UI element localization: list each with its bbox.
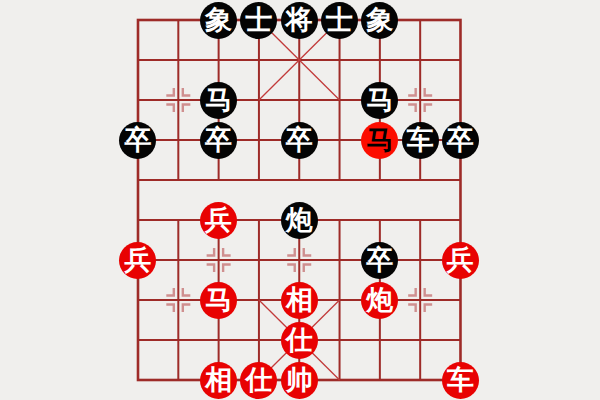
piece-black-advisor[interactable]: 士 [321, 2, 358, 39]
piece-black-horse[interactable]: 马 [361, 82, 398, 119]
intersection-6-6[interactable]: 卒 [360, 240, 400, 280]
intersection-8-0[interactable] [440, 0, 480, 40]
intersection-1-4[interactable] [158, 160, 198, 200]
intersection-2-4[interactable] [198, 160, 238, 200]
intersection-8-8[interactable] [440, 320, 480, 360]
intersection-6-3[interactable]: 马 [360, 120, 400, 160]
intersection-4-2[interactable] [279, 80, 319, 120]
intersection-5-3[interactable] [319, 120, 359, 160]
intersection-1-5[interactable] [158, 200, 198, 240]
intersection-4-3[interactable]: 卒 [279, 120, 319, 160]
intersection-5-5[interactable] [319, 200, 359, 240]
intersection-5-9[interactable] [319, 360, 359, 400]
xiangqi-board: 象士将士象马马卒卒卒马车卒兵炮兵卒兵马相炮仕相仕帅车 [118, 0, 481, 400]
intersection-2-6[interactable] [198, 240, 238, 280]
piece-black-king[interactable]: 将 [281, 2, 318, 39]
intersection-5-8[interactable] [319, 320, 359, 360]
piece-red-advisor[interactable]: 仕 [281, 322, 318, 359]
piece-red-elephant[interactable]: 相 [281, 282, 318, 319]
intersection-2-5[interactable]: 兵 [198, 200, 238, 240]
intersection-7-2[interactable] [400, 80, 440, 120]
intersection-0-2[interactable] [118, 80, 158, 120]
intersection-1-3[interactable] [158, 120, 198, 160]
intersection-4-8[interactable]: 仕 [279, 320, 319, 360]
intersection-3-2[interactable] [239, 80, 279, 120]
intersection-7-6[interactable] [400, 240, 440, 280]
intersection-3-4[interactable] [239, 160, 279, 200]
intersection-0-6[interactable]: 兵 [118, 240, 158, 280]
intersection-3-3[interactable] [239, 120, 279, 160]
piece-red-horse[interactable]: 马 [200, 282, 237, 319]
intersection-2-7[interactable]: 马 [198, 280, 238, 320]
intersection-1-8[interactable] [158, 320, 198, 360]
intersection-6-8[interactable] [360, 320, 400, 360]
xiangqi-app: 象士将士象马马卒卒卒马车卒兵炮兵卒兵马相炮仕相仕帅车 [0, 0, 600, 400]
intersection-8-4[interactable] [440, 160, 480, 200]
intersection-4-7[interactable]: 相 [279, 280, 319, 320]
intersection-2-3[interactable]: 卒 [198, 120, 238, 160]
intersection-1-9[interactable] [158, 360, 198, 400]
intersection-3-6[interactable] [239, 240, 279, 280]
intersection-6-0[interactable]: 象 [360, 0, 400, 40]
intersection-7-3[interactable]: 车 [400, 120, 440, 160]
piece-red-chariot[interactable]: 车 [442, 362, 479, 399]
intersection-4-4[interactable] [279, 160, 319, 200]
intersection-5-0[interactable]: 士 [319, 0, 359, 40]
intersection-5-1[interactable] [319, 40, 359, 80]
piece-red-soldier[interactable]: 兵 [442, 242, 479, 279]
intersection-1-7[interactable] [158, 280, 198, 320]
intersection-5-4[interactable] [319, 160, 359, 200]
intersection-2-0[interactable]: 象 [198, 0, 238, 40]
piece-black-advisor[interactable]: 士 [240, 2, 277, 39]
intersection-3-1[interactable] [239, 40, 279, 80]
piece-red-cannon[interactable]: 炮 [361, 282, 398, 319]
intersection-6-9[interactable] [360, 360, 400, 400]
intersection-0-5[interactable] [118, 200, 158, 240]
intersection-7-9[interactable] [400, 360, 440, 400]
intersection-3-7[interactable] [239, 280, 279, 320]
intersection-6-1[interactable] [360, 40, 400, 80]
intersection-5-7[interactable] [319, 280, 359, 320]
intersection-0-8[interactable] [118, 320, 158, 360]
intersection-7-0[interactable] [400, 0, 440, 40]
intersection-1-2[interactable] [158, 80, 198, 120]
intersection-0-9[interactable] [118, 360, 158, 400]
intersection-5-6[interactable] [319, 240, 359, 280]
piece-red-soldier[interactable]: 兵 [200, 202, 237, 239]
piece-black-soldier[interactable]: 卒 [200, 122, 237, 159]
intersection-2-8[interactable] [198, 320, 238, 360]
intersection-3-5[interactable] [239, 200, 279, 240]
intersection-8-1[interactable] [440, 40, 480, 80]
piece-black-soldier[interactable]: 卒 [361, 242, 398, 279]
piece-black-cannon[interactable]: 炮 [281, 202, 318, 239]
intersection-7-1[interactable] [400, 40, 440, 80]
intersection-6-2[interactable]: 马 [360, 80, 400, 120]
intersection-8-7[interactable] [440, 280, 480, 320]
intersection-3-8[interactable] [239, 320, 279, 360]
intersection-4-1[interactable] [279, 40, 319, 80]
piece-black-horse[interactable]: 马 [200, 82, 237, 119]
intersection-3-9[interactable]: 仕 [239, 360, 279, 400]
intersection-0-0[interactable] [118, 0, 158, 40]
intersection-4-5[interactable]: 炮 [279, 200, 319, 240]
intersection-2-9[interactable]: 相 [198, 360, 238, 400]
piece-black-elephant[interactable]: 象 [361, 2, 398, 39]
piece-black-elephant[interactable]: 象 [200, 2, 237, 39]
intersection-2-2[interactable]: 马 [198, 80, 238, 120]
intersection-1-1[interactable] [158, 40, 198, 80]
piece-black-soldier[interactable]: 卒 [119, 122, 156, 159]
intersection-2-1[interactable] [198, 40, 238, 80]
intersection-7-4[interactable] [400, 160, 440, 200]
intersection-6-4[interactable] [360, 160, 400, 200]
intersection-8-2[interactable] [440, 80, 480, 120]
piece-black-chariot[interactable]: 车 [402, 122, 439, 159]
piece-red-horse-highlighted[interactable]: 马 [361, 122, 398, 159]
intersection-8-3[interactable]: 卒 [440, 120, 480, 160]
intersection-7-7[interactable] [400, 280, 440, 320]
intersection-7-8[interactable] [400, 320, 440, 360]
intersection-5-2[interactable] [319, 80, 359, 120]
piece-red-advisor[interactable]: 仕 [240, 362, 277, 399]
intersection-8-9[interactable]: 车 [440, 360, 480, 400]
piece-red-soldier[interactable]: 兵 [119, 242, 156, 279]
intersection-0-7[interactable] [118, 280, 158, 320]
intersection-8-6[interactable]: 兵 [440, 240, 480, 280]
intersection-7-5[interactable] [400, 200, 440, 240]
piece-black-soldier[interactable]: 卒 [442, 122, 479, 159]
intersection-4-6[interactable] [279, 240, 319, 280]
intersection-0-3[interactable]: 卒 [118, 120, 158, 160]
intersection-0-1[interactable] [118, 40, 158, 80]
piece-red-elephant[interactable]: 相 [200, 362, 237, 399]
intersection-4-9[interactable]: 帅 [279, 360, 319, 400]
intersection-4-0[interactable]: 将 [279, 0, 319, 40]
intersection-3-0[interactable]: 士 [239, 0, 279, 40]
intersection-1-0[interactable] [158, 0, 198, 40]
intersection-0-4[interactable] [118, 160, 158, 200]
piece-black-soldier[interactable]: 卒 [281, 122, 318, 159]
intersection-1-6[interactable] [158, 240, 198, 280]
intersection-8-5[interactable] [440, 200, 480, 240]
intersection-6-7[interactable]: 炮 [360, 280, 400, 320]
intersection-6-5[interactable] [360, 200, 400, 240]
piece-red-king[interactable]: 帅 [281, 362, 318, 399]
